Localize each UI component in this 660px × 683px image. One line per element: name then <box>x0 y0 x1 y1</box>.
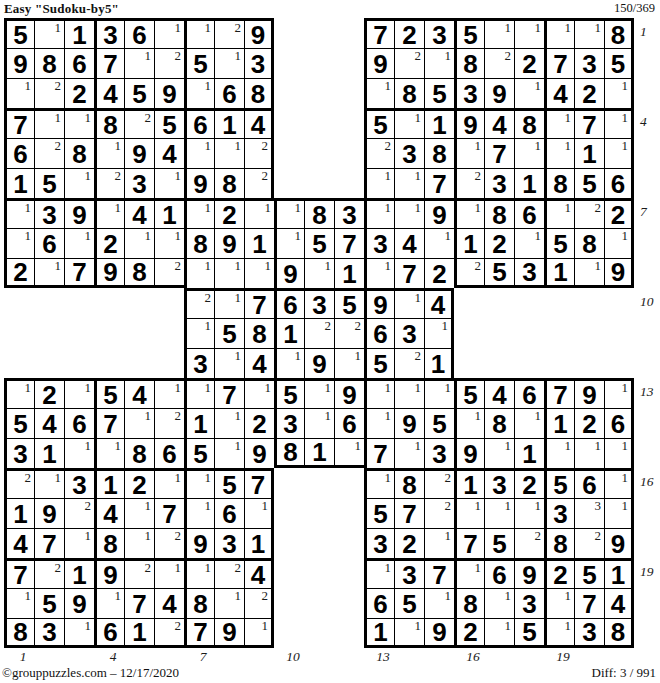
cell-r15c3[interactable]: 1 <box>64 438 94 468</box>
cell-r11c14[interactable]: 3 <box>394 318 424 348</box>
cell-r5c14[interactable]: 3 <box>394 138 424 168</box>
cell-r19c2[interactable]: 2 <box>34 558 64 588</box>
cell-r16c1[interactable]: 2 <box>4 468 34 498</box>
cell-r15c16[interactable]: 9 <box>454 438 484 468</box>
cell-r18c21[interactable]: 9 <box>604 528 634 558</box>
cell-r2c3[interactable]: 6 <box>64 48 94 78</box>
cell-r4c9[interactable]: 4 <box>244 108 274 138</box>
cell-r8c19[interactable]: 5 <box>544 228 574 258</box>
cell-r5c6[interactable]: 4 <box>154 138 184 168</box>
cell-r20c21[interactable]: 4 <box>604 588 634 618</box>
cell-r3c16[interactable]: 3 <box>454 78 484 108</box>
cell-r15c6[interactable]: 6 <box>154 438 184 468</box>
cell-r10c11[interactable]: 3 <box>304 288 334 318</box>
cell-r13c18[interactable]: 6 <box>514 378 544 408</box>
cell-r18c20[interactable]: 2 <box>574 528 604 558</box>
cell-r16c19[interactable]: 5 <box>544 468 574 498</box>
cell-r17c7[interactable]: 1 <box>184 498 214 528</box>
cell-r15c17[interactable]: 1 <box>484 438 514 468</box>
cell-r7c4[interactable]: 1 <box>94 198 124 228</box>
cell-r3c4[interactable]: 4 <box>94 78 124 108</box>
cell-r17c15[interactable]: 2 <box>424 498 454 528</box>
cell-r4c17[interactable]: 4 <box>484 108 514 138</box>
cell-r2c17[interactable]: 2 <box>484 48 514 78</box>
cell-r18c16[interactable]: 7 <box>454 528 484 558</box>
cell-r5c13[interactable]: 2 <box>364 138 394 168</box>
cell-r6c19[interactable]: 8 <box>544 168 574 198</box>
cell-r9c12[interactable]: 1 <box>334 258 364 288</box>
cell-r11c15[interactable]: 1 <box>424 318 454 348</box>
cell-r10c8[interactable]: 1 <box>214 288 244 318</box>
cell-r5c9[interactable]: 2 <box>244 138 274 168</box>
cell-r13c16[interactable]: 5 <box>454 378 484 408</box>
cell-r5c21[interactable]: 1 <box>604 138 634 168</box>
cell-r2c13[interactable]: 9 <box>364 48 394 78</box>
cell-r11c10[interactable]: 1 <box>274 318 304 348</box>
cell-r13c4[interactable]: 5 <box>94 378 124 408</box>
cell-r5c4[interactable]: 1 <box>94 138 124 168</box>
cell-r9c7[interactable]: 1 <box>184 258 214 288</box>
cell-r20c7[interactable]: 8 <box>184 588 214 618</box>
cell-r14c3[interactable]: 6 <box>64 408 94 438</box>
cell-r17c8[interactable]: 6 <box>214 498 244 528</box>
cell-r21c1[interactable]: 8 <box>4 618 34 648</box>
cell-r21c17[interactable]: 1 <box>484 618 514 648</box>
cell-r21c5[interactable]: 1 <box>124 618 154 648</box>
cell-r13c13[interactable]: 1 <box>364 378 394 408</box>
cell-r8c13[interactable]: 3 <box>364 228 394 258</box>
cell-r2c14[interactable]: 2 <box>394 48 424 78</box>
cell-r19c5[interactable]: 2 <box>124 558 154 588</box>
cell-r20c6[interactable]: 4 <box>154 588 184 618</box>
cell-r18c17[interactable]: 5 <box>484 528 514 558</box>
cell-r21c15[interactable]: 9 <box>424 618 454 648</box>
cell-r16c9[interactable]: 7 <box>244 468 274 498</box>
cell-r5c7[interactable]: 1 <box>184 138 214 168</box>
cell-r4c15[interactable]: 1 <box>424 108 454 138</box>
cell-r7c6[interactable]: 1 <box>154 198 184 228</box>
cell-r18c8[interactable]: 3 <box>214 528 244 558</box>
cell-r12c10[interactable]: 1 <box>274 348 304 378</box>
cell-r17c21[interactable]: 1 <box>604 498 634 528</box>
cell-r3c17[interactable]: 9 <box>484 78 514 108</box>
cell-r7c9[interactable]: 1 <box>244 198 274 228</box>
cell-r4c19[interactable]: 1 <box>544 108 574 138</box>
cell-r12c7[interactable]: 3 <box>184 348 214 378</box>
cell-r8c10[interactable]: 1 <box>274 228 304 258</box>
cell-r21c8[interactable]: 9 <box>214 618 244 648</box>
cell-r8c11[interactable]: 5 <box>304 228 334 258</box>
cell-r17c19[interactable]: 3 <box>544 498 574 528</box>
cell-r18c1[interactable]: 4 <box>4 528 34 558</box>
cell-r4c2[interactable]: 1 <box>34 108 64 138</box>
cell-r8c9[interactable]: 1 <box>244 228 274 258</box>
cell-r11c8[interactable]: 5 <box>214 318 244 348</box>
cell-r14c21[interactable]: 6 <box>604 408 634 438</box>
cell-r8c16[interactable]: 1 <box>454 228 484 258</box>
cell-r19c1[interactable]: 7 <box>4 558 34 588</box>
cell-r13c14[interactable]: 1 <box>394 378 424 408</box>
cell-r15c11[interactable]: 1 <box>304 438 334 468</box>
cell-r17c17[interactable]: 1 <box>484 498 514 528</box>
cell-r7c18[interactable]: 6 <box>514 198 544 228</box>
cell-r4c6[interactable]: 5 <box>154 108 184 138</box>
cell-r12c14[interactable]: 2 <box>394 348 424 378</box>
cell-r16c2[interactable]: 1 <box>34 468 64 498</box>
cell-r4c21[interactable]: 1 <box>604 108 634 138</box>
cell-r17c4[interactable]: 4 <box>94 498 124 528</box>
cell-r5c19[interactable]: 1 <box>544 138 574 168</box>
cell-r8c2[interactable]: 6 <box>34 228 64 258</box>
cell-r2c8[interactable]: 1 <box>214 48 244 78</box>
cell-r1c16[interactable]: 5 <box>454 18 484 48</box>
cell-r15c21[interactable]: 1 <box>604 438 634 468</box>
cell-r17c2[interactable]: 9 <box>34 498 64 528</box>
cell-r6c13[interactable]: 1 <box>364 168 394 198</box>
cell-r3c15[interactable]: 5 <box>424 78 454 108</box>
cell-r21c21[interactable]: 8 <box>604 618 634 648</box>
cell-r10c14[interactable]: 1 <box>394 288 424 318</box>
cell-r7c17[interactable]: 8 <box>484 198 514 228</box>
cell-r18c3[interactable]: 1 <box>64 528 94 558</box>
cell-r4c13[interactable]: 5 <box>364 108 394 138</box>
cell-r4c16[interactable]: 9 <box>454 108 484 138</box>
cell-r15c7[interactable]: 5 <box>184 438 214 468</box>
cell-r14c9[interactable]: 2 <box>244 408 274 438</box>
cell-r1c4[interactable]: 3 <box>94 18 124 48</box>
cell-r15c14[interactable]: 1 <box>394 438 424 468</box>
cell-r17c16[interactable]: 1 <box>454 498 484 528</box>
cell-r4c8[interactable]: 1 <box>214 108 244 138</box>
cell-r2c4[interactable]: 7 <box>94 48 124 78</box>
cell-r6c2[interactable]: 5 <box>34 168 64 198</box>
cell-r1c20[interactable]: 1 <box>574 18 604 48</box>
cell-r5c17[interactable]: 7 <box>484 138 514 168</box>
cell-r21c2[interactable]: 3 <box>34 618 64 648</box>
cell-r6c20[interactable]: 5 <box>574 168 604 198</box>
cell-r15c8[interactable]: 1 <box>214 438 244 468</box>
cell-r20c8[interactable]: 1 <box>214 588 244 618</box>
cell-r9c15[interactable]: 2 <box>424 258 454 288</box>
cell-r21c19[interactable]: 1 <box>544 618 574 648</box>
cell-r20c19[interactable]: 1 <box>544 588 574 618</box>
cell-r7c5[interactable]: 4 <box>124 198 154 228</box>
cell-r10c9[interactable]: 7 <box>244 288 274 318</box>
cell-r15c1[interactable]: 3 <box>4 438 34 468</box>
cell-r8c3[interactable]: 1 <box>64 228 94 258</box>
cell-r19c17[interactable]: 6 <box>484 558 514 588</box>
cell-r16c14[interactable]: 8 <box>394 468 424 498</box>
cell-r1c19[interactable]: 1 <box>544 18 574 48</box>
cell-r8c21[interactable]: 1 <box>604 228 634 258</box>
cell-r4c18[interactable]: 8 <box>514 108 544 138</box>
cell-r8c6[interactable]: 1 <box>154 228 184 258</box>
cell-r20c2[interactable]: 5 <box>34 588 64 618</box>
cell-r9c6[interactable]: 2 <box>154 258 184 288</box>
cell-r7c12[interactable]: 3 <box>334 198 364 228</box>
cell-r5c8[interactable]: 1 <box>214 138 244 168</box>
cell-r16c18[interactable]: 2 <box>514 468 544 498</box>
cell-r1c3[interactable]: 1 <box>64 18 94 48</box>
cell-r6c15[interactable]: 7 <box>424 168 454 198</box>
cell-r6c17[interactable]: 3 <box>484 168 514 198</box>
cell-r1c17[interactable]: 1 <box>484 18 514 48</box>
cell-r21c4[interactable]: 6 <box>94 618 124 648</box>
cell-r14c17[interactable]: 8 <box>484 408 514 438</box>
cell-r16c17[interactable]: 3 <box>484 468 514 498</box>
cell-r10c13[interactable]: 9 <box>364 288 394 318</box>
cell-r7c3[interactable]: 9 <box>64 198 94 228</box>
cell-r9c18[interactable]: 3 <box>514 258 544 288</box>
cell-r1c14[interactable]: 2 <box>394 18 424 48</box>
cell-r3c18[interactable]: 1 <box>514 78 544 108</box>
cell-r17c9[interactable]: 1 <box>244 498 274 528</box>
cell-r8c20[interactable]: 8 <box>574 228 604 258</box>
cell-r2c18[interactable]: 2 <box>514 48 544 78</box>
cell-r16c6[interactable]: 1 <box>154 468 184 498</box>
cell-r20c5[interactable]: 7 <box>124 588 154 618</box>
cell-r1c7[interactable]: 1 <box>184 18 214 48</box>
cell-r6c14[interactable]: 1 <box>394 168 424 198</box>
cell-r6c5[interactable]: 3 <box>124 168 154 198</box>
cell-r7c14[interactable]: 1 <box>394 198 424 228</box>
cell-r3c8[interactable]: 6 <box>214 78 244 108</box>
cell-r16c8[interactable]: 5 <box>214 468 244 498</box>
cell-r2c1[interactable]: 9 <box>4 48 34 78</box>
cell-r14c14[interactable]: 9 <box>394 408 424 438</box>
cell-r13c15[interactable]: 1 <box>424 378 454 408</box>
cell-r15c9[interactable]: 9 <box>244 438 274 468</box>
cell-r18c9[interactable]: 1 <box>244 528 274 558</box>
cell-r2c9[interactable]: 3 <box>244 48 274 78</box>
cell-r21c6[interactable]: 2 <box>154 618 184 648</box>
cell-r16c21[interactable]: 1 <box>604 468 634 498</box>
cell-r3c6[interactable]: 9 <box>154 78 184 108</box>
cell-r18c19[interactable]: 8 <box>544 528 574 558</box>
cell-r19c21[interactable]: 1 <box>604 558 634 588</box>
cell-r8c4[interactable]: 2 <box>94 228 124 258</box>
cell-r12c8[interactable]: 1 <box>214 348 244 378</box>
cell-r20c13[interactable]: 6 <box>364 588 394 618</box>
cell-r14c5[interactable]: 1 <box>124 408 154 438</box>
cell-r14c20[interactable]: 2 <box>574 408 604 438</box>
cell-r7c10[interactable]: 1 <box>274 198 304 228</box>
cell-r9c3[interactable]: 7 <box>64 258 94 288</box>
cell-r1c13[interactable]: 7 <box>364 18 394 48</box>
cell-r16c13[interactable]: 1 <box>364 468 394 498</box>
cell-r8c5[interactable]: 1 <box>124 228 154 258</box>
cell-r9c8[interactable]: 1 <box>214 258 244 288</box>
cell-r2c20[interactable]: 3 <box>574 48 604 78</box>
cell-r9c5[interactable]: 8 <box>124 258 154 288</box>
cell-r12c15[interactable]: 1 <box>424 348 454 378</box>
cell-r4c1[interactable]: 7 <box>4 108 34 138</box>
cell-r3c7[interactable]: 1 <box>184 78 214 108</box>
cell-r17c5[interactable]: 1 <box>124 498 154 528</box>
cell-r13c1[interactable]: 1 <box>4 378 34 408</box>
cell-r21c3[interactable]: 1 <box>64 618 94 648</box>
cell-r19c8[interactable]: 2 <box>214 558 244 588</box>
cell-r3c3[interactable]: 2 <box>64 78 94 108</box>
cell-r12c12[interactable]: 1 <box>334 348 364 378</box>
cell-r7c19[interactable]: 1 <box>544 198 574 228</box>
cell-r8c18[interactable]: 1 <box>514 228 544 258</box>
cell-r20c18[interactable]: 3 <box>514 588 544 618</box>
cell-r3c9[interactable]: 8 <box>244 78 274 108</box>
cell-r13c12[interactable]: 9 <box>334 378 364 408</box>
cell-r13c9[interactable]: 1 <box>244 378 274 408</box>
cell-r13c11[interactable]: 1 <box>304 378 334 408</box>
cell-r5c15[interactable]: 8 <box>424 138 454 168</box>
cell-r13c21[interactable]: 1 <box>604 378 634 408</box>
cell-r8c1[interactable]: 1 <box>4 228 34 258</box>
cell-r14c12[interactable]: 6 <box>334 408 364 438</box>
cell-r18c5[interactable]: 1 <box>124 528 154 558</box>
cell-r13c2[interactable]: 2 <box>34 378 64 408</box>
cell-r1c5[interactable]: 6 <box>124 18 154 48</box>
cell-r7c13[interactable]: 1 <box>364 198 394 228</box>
cell-r10c7[interactable]: 2 <box>184 288 214 318</box>
cell-r17c13[interactable]: 5 <box>364 498 394 528</box>
cell-r6c16[interactable]: 2 <box>454 168 484 198</box>
cell-r1c15[interactable]: 3 <box>424 18 454 48</box>
cell-r19c9[interactable]: 4 <box>244 558 274 588</box>
cell-r10c12[interactable]: 5 <box>334 288 364 318</box>
cell-r1c21[interactable]: 8 <box>604 18 634 48</box>
cell-r2c16[interactable]: 8 <box>454 48 484 78</box>
cell-r3c13[interactable]: 1 <box>364 78 394 108</box>
cell-r6c9[interactable]: 2 <box>244 168 274 198</box>
cell-r18c18[interactable]: 2 <box>514 528 544 558</box>
cell-r17c20[interactable]: 3 <box>574 498 604 528</box>
cell-r21c14[interactable]: 1 <box>394 618 424 648</box>
cell-r20c1[interactable]: 1 <box>4 588 34 618</box>
cell-r9c11[interactable]: 1 <box>304 258 334 288</box>
cell-r21c18[interactable]: 5 <box>514 618 544 648</box>
cell-r20c16[interactable]: 8 <box>454 588 484 618</box>
cell-r1c8[interactable]: 2 <box>214 18 244 48</box>
cell-r20c9[interactable]: 2 <box>244 588 274 618</box>
cell-r18c2[interactable]: 7 <box>34 528 64 558</box>
cell-r11c9[interactable]: 8 <box>244 318 274 348</box>
cell-r19c19[interactable]: 2 <box>544 558 574 588</box>
cell-r11c12[interactable]: 2 <box>334 318 364 348</box>
cell-r7c16[interactable]: 1 <box>454 198 484 228</box>
cell-r3c2[interactable]: 2 <box>34 78 64 108</box>
cell-r9c13[interactable]: 1 <box>364 258 394 288</box>
cell-r7c11[interactable]: 8 <box>304 198 334 228</box>
cell-r11c11[interactable]: 2 <box>304 318 334 348</box>
cell-r20c4[interactable]: 1 <box>94 588 124 618</box>
cell-r9c14[interactable]: 7 <box>394 258 424 288</box>
cell-r14c4[interactable]: 7 <box>94 408 124 438</box>
cell-r7c20[interactable]: 2 <box>574 198 604 228</box>
cell-r11c7[interactable]: 1 <box>184 318 214 348</box>
cell-r15c12[interactable]: 1 <box>334 438 364 468</box>
cell-r4c14[interactable]: 1 <box>394 108 424 138</box>
cell-r2c2[interactable]: 8 <box>34 48 64 78</box>
cell-r13c19[interactable]: 7 <box>544 378 574 408</box>
cell-r5c2[interactable]: 2 <box>34 138 64 168</box>
cell-r13c3[interactable]: 1 <box>64 378 94 408</box>
cell-r3c1[interactable]: 1 <box>4 78 34 108</box>
cell-r1c6[interactable]: 1 <box>154 18 184 48</box>
cell-r14c8[interactable]: 1 <box>214 408 244 438</box>
cell-r2c21[interactable]: 5 <box>604 48 634 78</box>
cell-r13c20[interactable]: 9 <box>574 378 604 408</box>
cell-r18c7[interactable]: 9 <box>184 528 214 558</box>
cell-r16c5[interactable]: 2 <box>124 468 154 498</box>
cell-r19c20[interactable]: 5 <box>574 558 604 588</box>
cell-r19c7[interactable]: 1 <box>184 558 214 588</box>
cell-r7c21[interactable]: 2 <box>604 198 634 228</box>
cell-r9c17[interactable]: 5 <box>484 258 514 288</box>
cell-r7c2[interactable]: 3 <box>34 198 64 228</box>
cell-r9c21[interactable]: 9 <box>604 258 634 288</box>
cell-r15c5[interactable]: 8 <box>124 438 154 468</box>
cell-r6c18[interactable]: 1 <box>514 168 544 198</box>
cell-r8c15[interactable]: 1 <box>424 228 454 258</box>
cell-r20c3[interactable]: 9 <box>64 588 94 618</box>
cell-r9c1[interactable]: 2 <box>4 258 34 288</box>
cell-r20c14[interactable]: 5 <box>394 588 424 618</box>
cell-r13c8[interactable]: 7 <box>214 378 244 408</box>
cell-r15c15[interactable]: 3 <box>424 438 454 468</box>
cell-r1c2[interactable]: 1 <box>34 18 64 48</box>
cell-r19c14[interactable]: 3 <box>394 558 424 588</box>
cell-r13c7[interactable]: 1 <box>184 378 214 408</box>
cell-r17c6[interactable]: 7 <box>154 498 184 528</box>
cell-r15c18[interactable]: 1 <box>514 438 544 468</box>
cell-r6c4[interactable]: 2 <box>94 168 124 198</box>
cell-r6c8[interactable]: 8 <box>214 168 244 198</box>
cell-r21c20[interactable]: 3 <box>574 618 604 648</box>
cell-r19c3[interactable]: 1 <box>64 558 94 588</box>
cell-r2c7[interactable]: 5 <box>184 48 214 78</box>
cell-r2c19[interactable]: 7 <box>544 48 574 78</box>
cell-r15c19[interactable]: 1 <box>544 438 574 468</box>
cell-r3c19[interactable]: 4 <box>544 78 574 108</box>
cell-r17c3[interactable]: 2 <box>64 498 94 528</box>
cell-r18c14[interactable]: 2 <box>394 528 424 558</box>
cell-r8c14[interactable]: 4 <box>394 228 424 258</box>
cell-r2c5[interactable]: 1 <box>124 48 154 78</box>
cell-r4c3[interactable]: 1 <box>64 108 94 138</box>
cell-r3c5[interactable]: 5 <box>124 78 154 108</box>
cell-r16c7[interactable]: 1 <box>184 468 214 498</box>
cell-r5c18[interactable]: 1 <box>514 138 544 168</box>
cell-r8c17[interactable]: 2 <box>484 228 514 258</box>
cell-r21c13[interactable]: 1 <box>364 618 394 648</box>
cell-r9c16[interactable]: 2 <box>454 258 484 288</box>
cell-r15c10[interactable]: 8 <box>274 438 304 468</box>
cell-r4c7[interactable]: 6 <box>184 108 214 138</box>
cell-r6c3[interactable]: 1 <box>64 168 94 198</box>
cell-r6c21[interactable]: 6 <box>604 168 634 198</box>
cell-r15c13[interactable]: 7 <box>364 438 394 468</box>
cell-r9c2[interactable]: 1 <box>34 258 64 288</box>
cell-r20c20[interactable]: 7 <box>574 588 604 618</box>
cell-r5c1[interactable]: 6 <box>4 138 34 168</box>
cell-r13c17[interactable]: 4 <box>484 378 514 408</box>
cell-r14c10[interactable]: 3 <box>274 408 304 438</box>
cell-r20c17[interactable]: 1 <box>484 588 514 618</box>
cell-r12c9[interactable]: 4 <box>244 348 274 378</box>
cell-r7c15[interactable]: 9 <box>424 198 454 228</box>
cell-r12c11[interactable]: 9 <box>304 348 334 378</box>
cell-r19c4[interactable]: 9 <box>94 558 124 588</box>
cell-r14c18[interactable]: 1 <box>514 408 544 438</box>
